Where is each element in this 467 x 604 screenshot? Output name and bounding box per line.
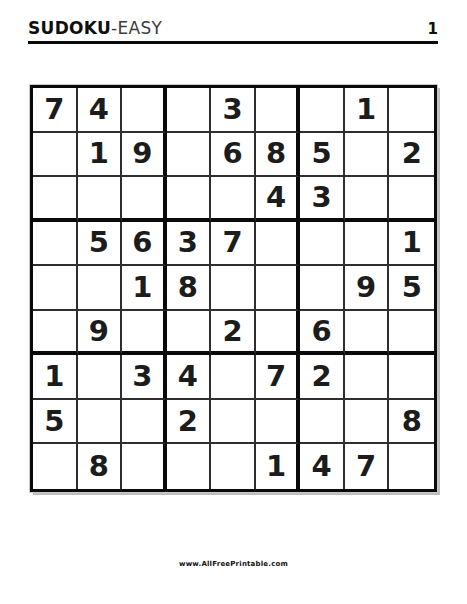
page-number: 1 bbox=[428, 20, 438, 38]
sudoku-cell: 4 bbox=[78, 88, 123, 133]
sudoku-cell bbox=[389, 355, 434, 400]
sudoku-cell bbox=[33, 266, 78, 311]
footer-url: www.AllFreePrintable.com bbox=[0, 560, 467, 568]
sudoku-cell bbox=[389, 88, 434, 133]
title-game-name: SUDOKU bbox=[28, 18, 111, 38]
sudoku-cell bbox=[345, 400, 390, 445]
sudoku-cell bbox=[300, 266, 345, 311]
sudoku-cell: 2 bbox=[389, 133, 434, 178]
sudoku-cell: 3 bbox=[122, 355, 167, 400]
sudoku-cell bbox=[78, 400, 123, 445]
sudoku-cell: 1 bbox=[389, 222, 434, 267]
sudoku-cell: 1 bbox=[256, 444, 301, 489]
sudoku-cell bbox=[211, 400, 256, 445]
sudoku-cell bbox=[78, 266, 123, 311]
printable-sudoku-page: SUDOKU-EASY 1 74311968524356371189592613… bbox=[0, 0, 467, 604]
sudoku-cell: 5 bbox=[389, 266, 434, 311]
sudoku-cell: 7 bbox=[345, 444, 390, 489]
title-difficulty: -EASY bbox=[111, 18, 162, 38]
sudoku-cell bbox=[167, 177, 212, 222]
sudoku-cell bbox=[345, 222, 390, 267]
sudoku-cell bbox=[78, 355, 123, 400]
sudoku-cell: 1 bbox=[78, 133, 123, 178]
sudoku-cell bbox=[33, 222, 78, 267]
sudoku-cell bbox=[345, 177, 390, 222]
sudoku-cell bbox=[211, 355, 256, 400]
sudoku-cell: 1 bbox=[345, 88, 390, 133]
sudoku-cell: 4 bbox=[167, 355, 212, 400]
sudoku-cell: 8 bbox=[389, 400, 434, 445]
sudoku-cell bbox=[122, 177, 167, 222]
sudoku-cell bbox=[167, 444, 212, 489]
sudoku-cell bbox=[345, 133, 390, 178]
sudoku-cell bbox=[256, 311, 301, 356]
sudoku-cell bbox=[300, 400, 345, 445]
sudoku-cell bbox=[256, 266, 301, 311]
sudoku-cell bbox=[256, 222, 301, 267]
sudoku-cell bbox=[389, 177, 434, 222]
sudoku-cell bbox=[256, 400, 301, 445]
sudoku-cell: 7 bbox=[33, 88, 78, 133]
sudoku-cell: 1 bbox=[33, 355, 78, 400]
sudoku-cell bbox=[122, 444, 167, 489]
sudoku-cell bbox=[300, 88, 345, 133]
sudoku-cell bbox=[122, 311, 167, 356]
sudoku-grid: 743119685243563711895926134725288147 bbox=[30, 85, 437, 492]
sudoku-cell bbox=[300, 222, 345, 267]
sudoku-cell bbox=[389, 444, 434, 489]
sudoku-cell bbox=[256, 88, 301, 133]
sudoku-cell: 2 bbox=[167, 400, 212, 445]
sudoku-cell: 1 bbox=[122, 266, 167, 311]
sudoku-cell: 5 bbox=[33, 400, 78, 445]
sudoku-cell: 3 bbox=[211, 88, 256, 133]
sudoku-cell: 2 bbox=[211, 311, 256, 356]
sudoku-cell: 5 bbox=[300, 133, 345, 178]
sudoku-cell: 8 bbox=[167, 266, 212, 311]
sudoku-cell bbox=[33, 444, 78, 489]
sudoku-cell bbox=[211, 177, 256, 222]
sudoku-cell: 9 bbox=[345, 266, 390, 311]
page-header: SUDOKU-EASY 1 bbox=[28, 19, 438, 44]
sudoku-cell: 3 bbox=[300, 177, 345, 222]
sudoku-cell: 4 bbox=[256, 177, 301, 222]
sudoku-cell bbox=[167, 133, 212, 178]
sudoku-cell: 9 bbox=[78, 311, 123, 356]
sudoku-cell bbox=[345, 355, 390, 400]
sudoku-cell bbox=[78, 177, 123, 222]
sudoku-cell: 8 bbox=[78, 444, 123, 489]
sudoku-cell bbox=[389, 311, 434, 356]
sudoku-cell: 2 bbox=[300, 355, 345, 400]
sudoku-cell: 9 bbox=[122, 133, 167, 178]
sudoku-cell bbox=[345, 311, 390, 356]
sudoku-cell: 8 bbox=[256, 133, 301, 178]
sudoku-cell: 6 bbox=[300, 311, 345, 356]
sudoku-cell bbox=[33, 177, 78, 222]
page-title: SUDOKU-EASY bbox=[28, 19, 162, 38]
sudoku-cell bbox=[211, 266, 256, 311]
sudoku-cell bbox=[167, 88, 212, 133]
sudoku-cell: 3 bbox=[167, 222, 212, 267]
sudoku-cell bbox=[33, 133, 78, 178]
sudoku-cell: 7 bbox=[256, 355, 301, 400]
sudoku-cell: 7 bbox=[211, 222, 256, 267]
sudoku-cell bbox=[33, 311, 78, 356]
sudoku-cell: 4 bbox=[300, 444, 345, 489]
sudoku-cell bbox=[122, 88, 167, 133]
sudoku-cell bbox=[167, 311, 212, 356]
sudoku-cell bbox=[211, 444, 256, 489]
sudoku-cell bbox=[122, 400, 167, 445]
sudoku-cell: 5 bbox=[78, 222, 123, 267]
sudoku-cell: 6 bbox=[122, 222, 167, 267]
sudoku-cell: 6 bbox=[211, 133, 256, 178]
